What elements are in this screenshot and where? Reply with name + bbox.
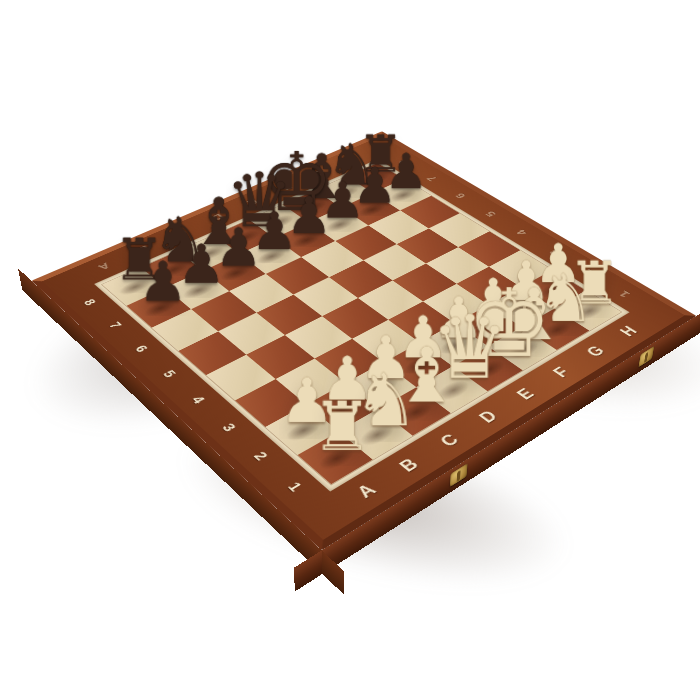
square-b5 <box>218 313 285 355</box>
board-frame: ABCDEFGH ABCDEFGH 87654321 87654321 ♜♞♝♛… <box>31 131 696 550</box>
piece-black-pawn: ♟ <box>138 255 185 310</box>
chess-board: ABCDEFGH ABCDEFGH 87654321 87654321 ♜♞♝♛… <box>31 131 696 550</box>
piece-white-rook: ♜ <box>312 393 366 461</box>
chess-set-scene: ABCDEFGH ABCDEFGH 87654321 87654321 ♜♞♝♛… <box>0 0 700 700</box>
product-photo-background: ABCDEFGH ABCDEFGH 87654321 87654321 ♜♞♝♛… <box>0 0 700 700</box>
maple-inlay-border: ♜♞♝♛♚♝♞♜♟♟♟♟♟♟♟♟♟♟♟♟♟♟♟♟♜♞♝♛♚♝♞♜ <box>94 159 629 491</box>
brass-latch-icon <box>638 346 654 367</box>
rank-label-6: 6 <box>109 329 173 369</box>
